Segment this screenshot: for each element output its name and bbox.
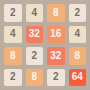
tile-r1c1-2: 2 <box>4 4 22 22</box>
tile-r1c2-4: 4 <box>26 4 44 22</box>
game-board-2048[interactable]: 24824321648232828264 <box>0 0 90 90</box>
tile-r3c1-8: 8 <box>4 47 22 65</box>
tile-r1c4-2: 2 <box>69 4 87 22</box>
tile-r2c2-32: 32 <box>26 26 44 44</box>
tile-r1c3-8: 8 <box>47 4 65 22</box>
tile-r4c1-2: 2 <box>4 69 22 87</box>
tile-r2c3-16: 16 <box>47 26 65 44</box>
tile-r4c4-64: 64 <box>69 69 87 87</box>
tile-r3c3-32: 32 <box>47 47 65 65</box>
tile-r3c4-8: 8 <box>69 47 87 65</box>
tile-r2c1-4: 4 <box>4 26 22 44</box>
tile-r3c2-2: 2 <box>26 47 44 65</box>
tile-r4c2-8: 8 <box>26 69 44 87</box>
tile-r4c3-2: 2 <box>47 69 65 87</box>
tile-r2c4-4: 4 <box>69 26 87 44</box>
